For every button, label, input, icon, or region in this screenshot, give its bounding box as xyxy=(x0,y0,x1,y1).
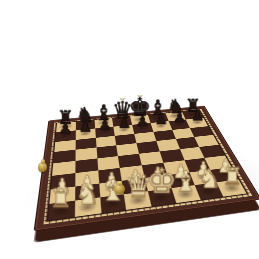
black-pawn-glyph: ♟ xyxy=(52,121,80,137)
brass-clasp-center xyxy=(114,184,125,194)
product-photo: ♜♞♝♛♚♝♞♜♟♟♟♟♟♟♟♟♟♟♟♟♟♟♟♟♜♞♝♛♚♝♞♜ xyxy=(0,0,259,259)
white-rook-glyph: ♜ xyxy=(43,186,80,212)
brass-clasp-left xyxy=(38,162,47,172)
